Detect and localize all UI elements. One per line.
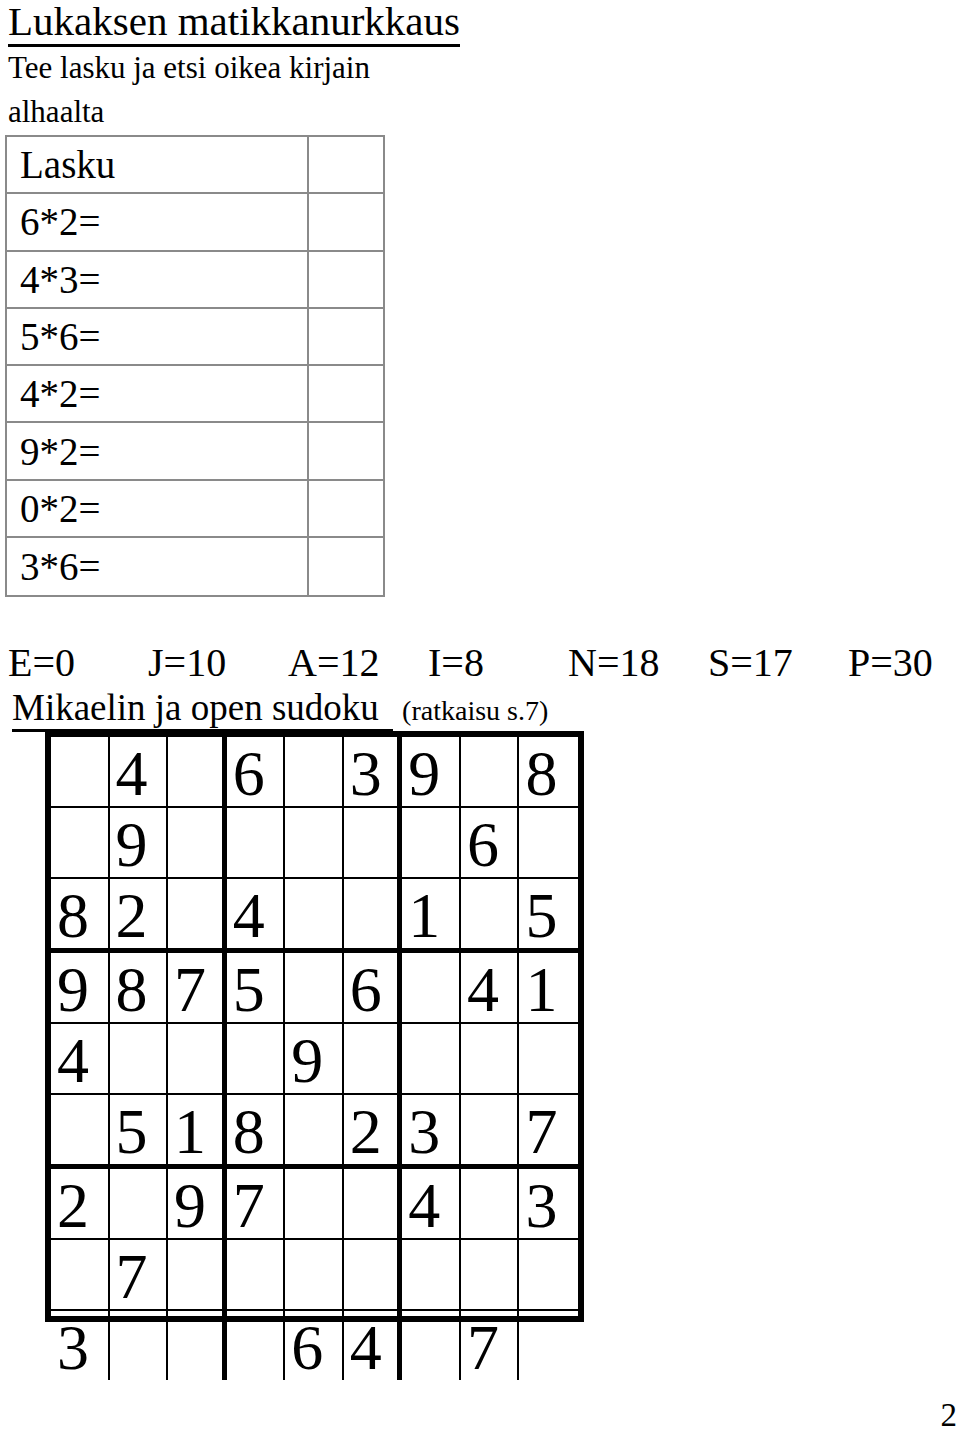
sudoku-cell: 6 — [285, 1311, 344, 1380]
letter-key-item: P=30 — [848, 640, 933, 686]
sudoku-cell — [51, 737, 110, 808]
answer-cell — [309, 423, 383, 480]
calculation-row-label: 3*6= — [7, 538, 309, 595]
sudoku-cell: 7 — [227, 1169, 286, 1240]
sudoku-cell: 6 — [227, 737, 286, 808]
instructions-text: Tee lasku ja etsi oikea kirjain alhaalta — [8, 46, 370, 134]
sudoku-cell — [51, 808, 110, 879]
sudoku-cell — [344, 808, 403, 879]
sudoku-cell: 5 — [110, 1095, 169, 1169]
sudoku-cell — [461, 1240, 520, 1311]
sudoku-subtitle: (ratkaisu s.7) — [402, 695, 548, 726]
sudoku-cell — [168, 1240, 227, 1311]
sudoku-cell — [461, 1169, 520, 1240]
sudoku-cell: 9 — [285, 1024, 344, 1095]
letter-key-item: E=0 — [8, 640, 148, 686]
sudoku-cell — [168, 1311, 227, 1380]
sudoku-cell — [285, 808, 344, 879]
sudoku-cell: 7 — [461, 1311, 520, 1380]
calculation-row-label: 4*3= — [7, 252, 309, 309]
sudoku-cell — [285, 737, 344, 808]
sudoku-cell — [461, 879, 520, 953]
sudoku-cell: 2 — [344, 1095, 403, 1169]
sudoku-cell: 3 — [519, 1169, 578, 1240]
sudoku-cell: 6 — [344, 953, 403, 1024]
sudoku-cell: 4 — [227, 879, 286, 953]
letter-key-item: N=18 — [568, 640, 708, 686]
answer-cell — [309, 137, 383, 194]
sudoku-cell — [402, 1311, 461, 1380]
sudoku-cell: 1 — [519, 953, 578, 1024]
answer-cell — [309, 252, 383, 309]
letter-key-item: A=12 — [288, 640, 428, 686]
sudoku-cell: 9 — [110, 808, 169, 879]
page-title: Lukaksen matikkanurkkaus — [8, 0, 460, 47]
sudoku-cell — [110, 1024, 169, 1095]
sudoku-cell — [519, 808, 578, 879]
sudoku-cell: 2 — [51, 1169, 110, 1240]
sudoku-cell — [402, 953, 461, 1024]
sudoku-cell: 2 — [110, 879, 169, 953]
sudoku-cell — [285, 1095, 344, 1169]
sudoku-cell: 4 — [344, 1311, 403, 1380]
answer-cell — [309, 194, 383, 251]
sudoku-cell — [285, 953, 344, 1024]
sudoku-cell: 3 — [344, 737, 403, 808]
sudoku-cell — [51, 1240, 110, 1311]
sudoku-cell — [168, 879, 227, 953]
answer-cell — [309, 538, 383, 595]
sudoku-cell — [285, 1169, 344, 1240]
sudoku-cell — [285, 879, 344, 953]
letter-key-item: J=10 — [148, 640, 288, 686]
sudoku-cell — [402, 808, 461, 879]
sudoku-cell: 7 — [168, 953, 227, 1024]
sudoku-cell: 4 — [110, 737, 169, 808]
sudoku-cell — [402, 1024, 461, 1095]
sudoku-cell — [227, 1240, 286, 1311]
calculation-table-header: Lasku — [7, 137, 309, 194]
sudoku-cell: 6 — [461, 808, 520, 879]
sudoku-cell: 7 — [110, 1240, 169, 1311]
sudoku-cell — [168, 808, 227, 879]
sudoku-cell — [344, 1169, 403, 1240]
calculation-row-label: 4*2= — [7, 366, 309, 423]
calculation-row-label: 9*2= — [7, 423, 309, 480]
calculation-row-label: 0*2= — [7, 481, 309, 538]
sudoku-cell: 9 — [51, 953, 110, 1024]
sudoku-cell: 1 — [168, 1095, 227, 1169]
sudoku-cell — [227, 1311, 286, 1380]
sudoku-cell: 4 — [51, 1024, 110, 1095]
sudoku-cell: 1 — [402, 879, 461, 953]
sudoku-cell: 8 — [519, 737, 578, 808]
sudoku-cell: 7 — [519, 1095, 578, 1169]
calculation-row-label: 6*2= — [7, 194, 309, 251]
sudoku-cell: 8 — [227, 1095, 286, 1169]
sudoku-cell — [344, 1024, 403, 1095]
sudoku-grid: 4639896824159875641495182372974373647 — [45, 731, 584, 1322]
page-number: 2 — [941, 1397, 958, 1432]
instructions-line-2: alhaalta — [8, 90, 370, 134]
sudoku-cell — [344, 879, 403, 953]
sudoku-cell: 4 — [461, 953, 520, 1024]
sudoku-cell — [344, 1240, 403, 1311]
answer-cell — [309, 309, 383, 366]
sudoku-cell: 8 — [110, 953, 169, 1024]
sudoku-heading: Mikaelin ja open sudoku (ratkaisu s.7) — [12, 688, 548, 731]
sudoku-cell: 9 — [168, 1169, 227, 1240]
sudoku-cell — [110, 1311, 169, 1380]
sudoku-cell — [168, 1024, 227, 1095]
answer-cell — [309, 366, 383, 423]
sudoku-cell — [519, 1024, 578, 1095]
sudoku-title: Mikaelin ja open sudoku — [12, 687, 393, 732]
calculation-row-label: 5*6= — [7, 309, 309, 366]
sudoku-cell: 4 — [402, 1169, 461, 1240]
sudoku-cell — [402, 1240, 461, 1311]
sudoku-cell — [51, 1095, 110, 1169]
instructions-line-1: Tee lasku ja etsi oikea kirjain — [8, 46, 370, 90]
answer-cell — [309, 481, 383, 538]
sudoku-cell — [519, 1240, 578, 1311]
letter-key-item: S=17 — [708, 640, 848, 686]
sudoku-cell: 8 — [51, 879, 110, 953]
sudoku-cell — [227, 808, 286, 879]
sudoku-cell: 3 — [51, 1311, 110, 1380]
letter-key-item: I=8 — [428, 640, 568, 686]
sudoku-cell: 9 — [402, 737, 461, 808]
sudoku-cell — [461, 1024, 520, 1095]
calculation-table: Lasku 6*2= 4*3= 5*6= 4*2= 9*2= 0*2= 3*6= — [5, 135, 385, 597]
sudoku-cell — [227, 1024, 286, 1095]
sudoku-cell — [110, 1169, 169, 1240]
sudoku-cell — [461, 1095, 520, 1169]
sudoku-cell — [519, 1311, 578, 1380]
sudoku-cell: 3 — [402, 1095, 461, 1169]
sudoku-cell: 5 — [227, 953, 286, 1024]
sudoku-cell: 5 — [519, 879, 578, 953]
letter-key: E=0 J=10 A=12 I=8 N=18 S=17 P=30 — [8, 640, 952, 686]
sudoku-cell — [168, 737, 227, 808]
sudoku-cell — [461, 737, 520, 808]
sudoku-cell — [285, 1240, 344, 1311]
